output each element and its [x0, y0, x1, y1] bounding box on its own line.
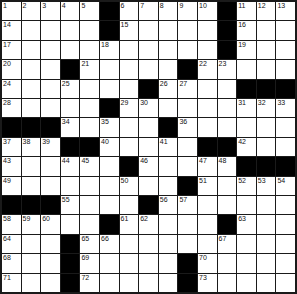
cell-r2c9[interactable] [178, 41, 197, 59]
cell-r12c10[interactable] [198, 235, 217, 253]
cell-r7c12[interactable]: 42 [237, 138, 256, 156]
cell-r13c10[interactable]: 70 [198, 254, 217, 272]
cell-r5c14[interactable]: 33 [276, 99, 295, 117]
cell-r6c10[interactable] [198, 118, 217, 136]
cell-r8c1[interactable] [22, 157, 41, 175]
cell-r0c12[interactable]: 11 [237, 2, 256, 20]
cell-r13c12[interactable] [237, 254, 256, 272]
cell-r8c0[interactable]: 43 [2, 157, 21, 175]
cell-r12c7[interactable] [139, 235, 158, 253]
cell-r6c12[interactable] [237, 118, 256, 136]
cell-r9c7[interactable] [139, 177, 158, 195]
block-cell-r7c11 [218, 138, 237, 156]
cell-r7c14[interactable] [276, 138, 295, 156]
cell-r12c6[interactable] [120, 235, 139, 253]
cell-r11c6[interactable]: 61 [120, 215, 139, 233]
block-cell-r10c2 [41, 196, 60, 214]
clue-number-1: 1 [3, 2, 7, 10]
cell-r14c10[interactable]: 73 [198, 274, 217, 292]
cell-r12c8[interactable] [159, 235, 178, 253]
clue-number-65: 65 [81, 235, 89, 243]
clue-number-62: 62 [140, 215, 148, 223]
block-cell-r7c10 [198, 138, 217, 156]
clue-number-2: 2 [23, 2, 27, 10]
crossword-board: 1234567891011121314151617181920212223242… [0, 0, 297, 294]
cell-r4c5[interactable] [100, 80, 119, 98]
cell-r8c10[interactable]: 47 [198, 157, 217, 175]
cell-r10c14[interactable] [276, 196, 295, 214]
clue-number-31: 31 [238, 99, 246, 107]
clue-number-40: 40 [101, 138, 109, 146]
block-cell-r7c4 [80, 138, 99, 156]
cell-r12c2[interactable] [41, 235, 60, 253]
clue-number-52: 52 [238, 177, 246, 185]
block-cell-r0c5 [100, 2, 119, 20]
clue-number-37: 37 [3, 138, 11, 146]
clue-number-24: 24 [3, 80, 11, 88]
clue-number-5: 5 [81, 2, 85, 10]
cell-r0c14[interactable]: 13 [276, 2, 295, 20]
block-cell-r11c11 [218, 215, 237, 233]
clue-number-26: 26 [160, 80, 168, 88]
cell-r5c6[interactable]: 29 [120, 99, 139, 117]
cell-r9c2[interactable] [41, 177, 60, 195]
clue-number-25: 25 [62, 80, 70, 88]
clue-number-32: 32 [258, 99, 266, 107]
cell-r2c12[interactable]: 19 [237, 41, 256, 59]
cell-r10c3[interactable]: 55 [61, 196, 80, 214]
cell-r5c12[interactable]: 31 [237, 99, 256, 117]
cell-r1c0[interactable]: 14 [2, 21, 21, 39]
cell-r9c6[interactable]: 50 [120, 177, 139, 195]
cell-r0c1[interactable]: 2 [22, 2, 41, 20]
block-cell-r1c11 [218, 21, 237, 39]
cell-r5c10[interactable] [198, 99, 217, 117]
cell-r10c13[interactable] [257, 196, 276, 214]
block-cell-r4c13 [257, 80, 276, 98]
cell-r7c8[interactable]: 41 [159, 138, 178, 156]
cell-r5c1[interactable] [22, 99, 41, 117]
cell-r3c11[interactable]: 23 [218, 60, 237, 78]
cell-r3c0[interactable]: 20 [2, 60, 21, 78]
cell-r1c2[interactable] [41, 21, 60, 39]
block-cell-r6c2 [41, 118, 60, 136]
clue-number-68: 68 [3, 254, 11, 262]
cell-r14c14[interactable] [276, 274, 295, 292]
cell-r14c6[interactable] [120, 274, 139, 292]
block-cell-r1c5 [100, 21, 119, 39]
cell-r10c10[interactable] [198, 196, 217, 214]
cell-r9c3[interactable] [61, 177, 80, 195]
cell-r10c9[interactable]: 57 [178, 196, 197, 214]
cell-r14c1[interactable] [22, 274, 41, 292]
cell-r6c7[interactable] [139, 118, 158, 136]
block-cell-r8c13 [257, 157, 276, 175]
cell-r1c13[interactable] [257, 21, 276, 39]
cell-r1c7[interactable] [139, 21, 158, 39]
clue-number-54: 54 [277, 177, 285, 185]
clue-number-44: 44 [62, 157, 70, 165]
block-cell-r4c12 [237, 80, 256, 98]
cell-r12c12[interactable] [237, 235, 256, 253]
clue-number-34: 34 [62, 118, 70, 126]
cell-r4c0[interactable]: 24 [2, 80, 21, 98]
cell-r13c2[interactable] [41, 254, 60, 272]
clue-number-69: 69 [81, 254, 89, 262]
cell-r2c7[interactable] [139, 41, 158, 59]
clue-number-73: 73 [199, 274, 207, 282]
cell-r6c5[interactable]: 35 [100, 118, 119, 136]
clue-number-21: 21 [81, 60, 89, 68]
cell-r9c4[interactable] [80, 177, 99, 195]
cell-r4c8[interactable]: 26 [159, 80, 178, 98]
cell-r5c11[interactable] [218, 99, 237, 117]
cell-r14c0[interactable]: 71 [2, 274, 21, 292]
clue-number-36: 36 [179, 118, 187, 126]
cell-r0c9[interactable]: 9 [178, 2, 197, 20]
cell-r14c5[interactable] [100, 274, 119, 292]
cell-r5c0[interactable]: 28 [2, 99, 21, 117]
block-cell-r5c5 [100, 99, 119, 117]
block-cell-r6c1 [22, 118, 41, 136]
cell-r12c9[interactable] [178, 235, 197, 253]
block-cell-r2c11 [218, 41, 237, 59]
clue-number-51: 51 [199, 177, 207, 185]
cell-r7c7[interactable] [139, 138, 158, 156]
cell-r0c6[interactable]: 6 [120, 2, 139, 20]
cell-r12c1[interactable] [22, 235, 41, 253]
cell-r11c14[interactable] [276, 215, 295, 233]
clue-number-66: 66 [101, 235, 109, 243]
cell-r6c6[interactable] [120, 118, 139, 136]
cell-r7c5[interactable]: 40 [100, 138, 119, 156]
cell-r9c0[interactable]: 49 [2, 177, 21, 195]
cell-r10c6[interactable] [120, 196, 139, 214]
cell-r1c9[interactable] [178, 21, 197, 39]
clue-number-45: 45 [81, 157, 89, 165]
cell-r6c11[interactable] [218, 118, 237, 136]
cell-r6c13[interactable] [257, 118, 276, 136]
cell-r2c0[interactable]: 17 [2, 41, 21, 59]
clue-number-18: 18 [101, 41, 109, 49]
clue-number-10: 10 [199, 2, 207, 10]
clue-number-29: 29 [121, 99, 129, 107]
cell-r5c9[interactable] [178, 99, 197, 117]
clue-number-6: 6 [121, 2, 125, 10]
cell-r8c7[interactable]: 46 [139, 157, 158, 175]
cell-r4c2[interactable] [41, 80, 60, 98]
cell-r13c5[interactable] [100, 254, 119, 272]
cell-r0c3[interactable]: 4 [61, 2, 80, 20]
cell-r1c6[interactable]: 15 [120, 21, 139, 39]
cell-r11c12[interactable]: 63 [237, 215, 256, 233]
clue-number-33: 33 [277, 99, 285, 107]
clue-number-67: 67 [219, 235, 227, 243]
cell-r1c4[interactable] [80, 21, 99, 39]
cell-r3c14[interactable] [276, 60, 295, 78]
clue-number-4: 4 [62, 2, 66, 10]
cell-r0c10[interactable]: 10 [198, 2, 217, 20]
cell-r4c4[interactable] [80, 80, 99, 98]
clue-number-3: 3 [42, 2, 46, 10]
clue-number-41: 41 [160, 138, 168, 146]
clue-number-47: 47 [199, 157, 207, 165]
clue-number-38: 38 [23, 138, 31, 146]
block-cell-r10c7 [139, 196, 158, 214]
cell-r7c13[interactable] [257, 138, 276, 156]
cell-r1c8[interactable] [159, 21, 178, 39]
cell-r0c7[interactable]: 7 [139, 2, 158, 20]
cell-r11c1[interactable]: 59 [22, 215, 41, 233]
clue-number-49: 49 [3, 177, 11, 185]
block-cell-r3c9 [178, 60, 197, 78]
cell-r7c2[interactable]: 39 [41, 138, 60, 156]
cell-r1c3[interactable] [61, 21, 80, 39]
clue-number-11: 11 [238, 2, 245, 10]
cell-r3c8[interactable] [159, 60, 178, 78]
cell-r4c6[interactable] [120, 80, 139, 98]
cell-r6c9[interactable]: 36 [178, 118, 197, 136]
clue-number-48: 48 [219, 157, 227, 165]
cell-r13c0[interactable]: 68 [2, 254, 21, 272]
block-cell-r13c9 [178, 254, 197, 272]
cell-r2c13[interactable] [257, 41, 276, 59]
cell-r14c2[interactable] [41, 274, 60, 292]
cell-r10c11[interactable] [218, 196, 237, 214]
cell-r2c8[interactable] [159, 41, 178, 59]
block-cell-r10c0 [2, 196, 21, 214]
cell-r0c4[interactable]: 5 [80, 2, 99, 20]
cell-r4c11[interactable] [218, 80, 237, 98]
cell-r9c5[interactable] [100, 177, 119, 195]
crossword-puzzle: 1234567891011121314151617181920212223242… [0, 0, 297, 294]
block-cell-r10c1 [22, 196, 41, 214]
clue-number-71: 71 [3, 274, 11, 282]
cell-r13c1[interactable] [22, 254, 41, 272]
cell-r13c13[interactable] [257, 254, 276, 272]
cell-r2c4[interactable] [80, 41, 99, 59]
cell-r2c6[interactable] [120, 41, 139, 59]
cell-r13c4[interactable]: 69 [80, 254, 99, 272]
cell-r12c13[interactable] [257, 235, 276, 253]
block-cell-r14c3 [61, 274, 80, 292]
cell-r11c3[interactable] [61, 215, 80, 233]
clue-number-15: 15 [121, 21, 129, 29]
cell-r0c13[interactable]: 12 [257, 2, 276, 20]
cell-r3c13[interactable] [257, 60, 276, 78]
clue-number-61: 61 [121, 215, 129, 223]
block-cell-r4c7 [139, 80, 158, 98]
clue-number-22: 22 [199, 60, 207, 68]
cell-r11c2[interactable]: 60 [41, 215, 60, 233]
cell-r12c14[interactable] [276, 235, 295, 253]
clue-number-64: 64 [3, 235, 11, 243]
cell-r7c1[interactable]: 38 [22, 138, 41, 156]
cell-r10c5[interactable] [100, 196, 119, 214]
cell-r1c14[interactable] [276, 21, 295, 39]
clue-number-59: 59 [23, 215, 31, 223]
clue-number-58: 58 [3, 215, 11, 223]
cell-r13c11[interactable] [218, 254, 237, 272]
clue-number-28: 28 [3, 99, 11, 107]
cell-r8c9[interactable] [178, 157, 197, 175]
clue-number-20: 20 [3, 60, 11, 68]
cell-r3c7[interactable] [139, 60, 158, 78]
cell-r8c11[interactable]: 48 [218, 157, 237, 175]
cell-r2c1[interactable] [22, 41, 41, 59]
cell-r9c1[interactable] [22, 177, 41, 195]
cell-r9c13[interactable]: 53 [257, 177, 276, 195]
cell-r8c4[interactable]: 45 [80, 157, 99, 175]
cell-r14c11[interactable] [218, 274, 237, 292]
clue-number-53: 53 [258, 177, 266, 185]
cell-r12c4[interactable]: 65 [80, 235, 99, 253]
cell-r8c2[interactable] [41, 157, 60, 175]
cell-r9c10[interactable]: 51 [198, 177, 217, 195]
cell-r6c4[interactable] [80, 118, 99, 136]
clue-number-70: 70 [199, 254, 207, 262]
clue-number-7: 7 [140, 2, 144, 10]
clue-number-56: 56 [160, 196, 168, 204]
cell-r5c8[interactable] [159, 99, 178, 117]
clue-number-35: 35 [101, 118, 109, 126]
clue-number-63: 63 [238, 215, 246, 223]
clue-number-9: 9 [179, 2, 183, 10]
clue-number-43: 43 [3, 157, 11, 165]
cell-r1c1[interactable] [22, 21, 41, 39]
cell-r3c6[interactable] [120, 60, 139, 78]
cell-r5c13[interactable]: 32 [257, 99, 276, 117]
block-cell-r7c3 [61, 138, 80, 156]
cell-r1c10[interactable] [198, 21, 217, 39]
cell-r2c10[interactable] [198, 41, 217, 59]
cell-r10c8[interactable]: 56 [159, 196, 178, 214]
cell-r3c10[interactable]: 22 [198, 60, 217, 78]
cell-r12c11[interactable]: 67 [218, 235, 237, 253]
clue-number-42: 42 [238, 138, 246, 146]
cell-r14c4[interactable]: 72 [80, 274, 99, 292]
cell-r13c8[interactable] [159, 254, 178, 272]
block-cell-r9c9 [178, 177, 197, 195]
clue-number-17: 17 [3, 41, 11, 49]
cell-r7c0[interactable]: 37 [2, 138, 21, 156]
cell-r2c3[interactable] [61, 41, 80, 59]
cell-r11c0[interactable]: 58 [2, 215, 21, 233]
block-cell-r14c9 [178, 274, 197, 292]
cell-r11c8[interactable] [159, 215, 178, 233]
cell-r10c12[interactable] [237, 196, 256, 214]
clue-number-16: 16 [238, 21, 246, 29]
cell-r3c2[interactable] [41, 60, 60, 78]
block-cell-r6c8 [159, 118, 178, 136]
cell-r8c5[interactable] [100, 157, 119, 175]
cell-r0c2[interactable]: 3 [41, 2, 60, 20]
cell-r5c4[interactable] [80, 99, 99, 117]
clue-number-13: 13 [277, 2, 285, 10]
block-cell-r4c14 [276, 80, 295, 98]
cell-r11c13[interactable] [257, 215, 276, 233]
cell-r9c8[interactable] [159, 177, 178, 195]
cell-r8c3[interactable]: 44 [61, 157, 80, 175]
clue-number-46: 46 [140, 157, 148, 165]
cell-r7c9[interactable] [178, 138, 197, 156]
clue-number-72: 72 [81, 274, 89, 282]
cell-r5c2[interactable] [41, 99, 60, 117]
cell-r4c10[interactable] [198, 80, 217, 98]
cell-r9c14[interactable]: 54 [276, 177, 295, 195]
clue-number-19: 19 [238, 41, 246, 49]
cell-r9c12[interactable]: 52 [237, 177, 256, 195]
cell-r13c14[interactable] [276, 254, 295, 272]
cell-r4c9[interactable]: 27 [178, 80, 197, 98]
cell-r14c12[interactable] [237, 274, 256, 292]
cell-r12c5[interactable]: 66 [100, 235, 119, 253]
cell-r13c7[interactable] [139, 254, 158, 272]
cell-r10c4[interactable] [80, 196, 99, 214]
cell-r4c3[interactable]: 25 [61, 80, 80, 98]
cell-r4c1[interactable] [22, 80, 41, 98]
clue-number-60: 60 [42, 215, 50, 223]
clue-number-30: 30 [140, 99, 148, 107]
cell-r2c2[interactable] [41, 41, 60, 59]
block-cell-r11c5 [100, 215, 119, 233]
block-cell-r8c14 [276, 157, 295, 175]
clue-number-14: 14 [3, 21, 11, 29]
clue-number-50: 50 [121, 177, 129, 185]
cell-r2c14[interactable] [276, 41, 295, 59]
cell-r14c8[interactable] [159, 274, 178, 292]
cell-r5c3[interactable] [61, 99, 80, 117]
cell-r8c8[interactable] [159, 157, 178, 175]
clue-number-57: 57 [179, 196, 187, 204]
block-cell-r8c12 [237, 157, 256, 175]
block-cell-r3c3 [61, 60, 80, 78]
cell-r6c14[interactable] [276, 118, 295, 136]
block-cell-r0c11 [218, 2, 237, 20]
cell-r3c1[interactable] [22, 60, 41, 78]
block-cell-r12c3 [61, 235, 80, 253]
cell-r3c12[interactable] [237, 60, 256, 78]
cell-r11c4[interactable] [80, 215, 99, 233]
cell-r3c5[interactable] [100, 60, 119, 78]
cell-r0c0[interactable]: 1 [2, 2, 21, 20]
cell-r5c7[interactable]: 30 [139, 99, 158, 117]
clue-number-39: 39 [42, 138, 50, 146]
clue-number-27: 27 [179, 80, 187, 88]
cell-r0c8[interactable]: 8 [159, 2, 178, 20]
cell-r13c6[interactable] [120, 254, 139, 272]
cell-r14c13[interactable] [257, 274, 276, 292]
cell-r12c0[interactable]: 64 [2, 235, 21, 253]
block-cell-r6c0 [2, 118, 21, 136]
cell-r11c7[interactable]: 62 [139, 215, 158, 233]
block-cell-r8c6 [120, 157, 139, 175]
clue-number-23: 23 [219, 60, 227, 68]
cell-r6c3[interactable]: 34 [61, 118, 80, 136]
cell-r1c12[interactable]: 16 [237, 21, 256, 39]
clue-number-8: 8 [160, 2, 164, 10]
cell-r11c9[interactable] [178, 215, 197, 233]
block-cell-r13c3 [61, 254, 80, 272]
cell-r2c5[interactable]: 18 [100, 41, 119, 59]
cell-r9c11[interactable] [218, 177, 237, 195]
cell-r11c10[interactable] [198, 215, 217, 233]
cell-r3c4[interactable]: 21 [80, 60, 99, 78]
cell-r7c6[interactable] [120, 138, 139, 156]
cell-r14c7[interactable] [139, 274, 158, 292]
clue-number-12: 12 [258, 2, 266, 10]
clue-number-55: 55 [62, 196, 70, 204]
